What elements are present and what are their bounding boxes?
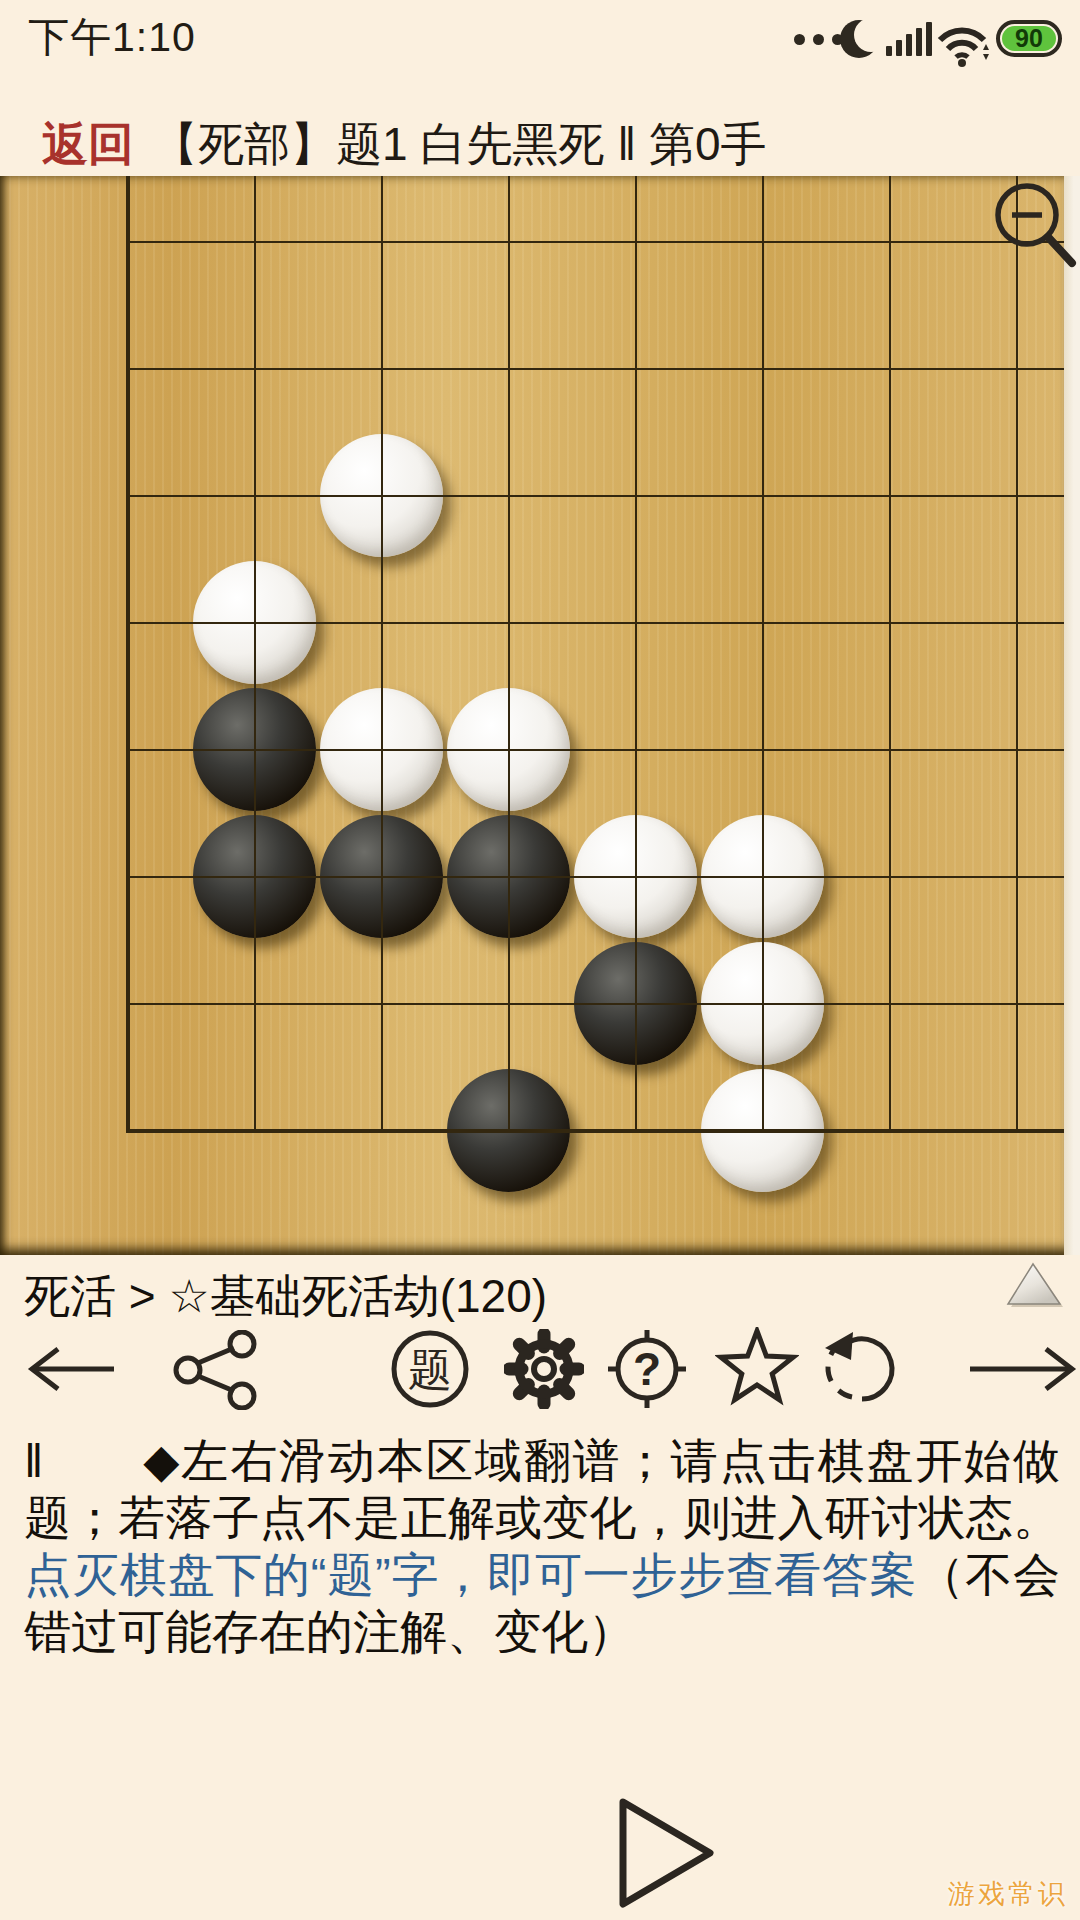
hint-text-link[interactable]: 点灭棋盘下的“题”字，即可一步步查看答案 (24, 1548, 917, 1601)
grid-hline (126, 622, 1064, 624)
notification-dots-icon (794, 34, 843, 45)
grid-hline (126, 1129, 1064, 1133)
settings-gear-icon[interactable] (504, 1329, 584, 1409)
breadcrumb: 死活 > ☆基础死活劫(120) (24, 1266, 547, 1328)
grid-vline (889, 176, 891, 1132)
ti-problem-circle-button[interactable]: 题 (390, 1329, 470, 1409)
go-board[interactable] (0, 176, 1064, 1255)
grid-vline (1016, 176, 1018, 1132)
ti-problem-label: 题 (408, 1345, 452, 1394)
grid-vline (126, 176, 130, 1132)
app-screen: 下午1:10 90 返回 【死部】题1 白先黑死 ‖ 第0手 死活 > ☆基础死… (0, 0, 1080, 1920)
next-move-arrow-button[interactable] (960, 1336, 1080, 1402)
undo-reset-icon[interactable] (822, 1329, 902, 1409)
board-right-gap (1064, 176, 1080, 1255)
page-title: 【死部】题1 白先黑死 ‖ 第0手 (152, 114, 767, 176)
back-button[interactable]: 返回 (42, 114, 134, 176)
grid-vline (508, 176, 510, 1132)
battery-icon: 90 (996, 20, 1062, 57)
grid-hline (126, 876, 1064, 878)
collapse-triangle-button[interactable] (1000, 1258, 1068, 1312)
grid-hline (126, 241, 1064, 243)
grid-hline (126, 495, 1064, 497)
help-icon[interactable]: ? (607, 1329, 687, 1409)
grid-vline (381, 176, 383, 1132)
prev-move-arrow-button[interactable] (24, 1336, 120, 1402)
svg-text:?: ? (633, 1343, 661, 1395)
grid-vline (762, 176, 764, 1132)
battery-percent: 90 (1015, 24, 1043, 53)
zoom-out-magnifier-icon[interactable] (985, 176, 1080, 271)
grid-vline (254, 176, 256, 1132)
do-not-disturb-moon-icon (840, 20, 878, 58)
play-button[interactable] (605, 1790, 735, 1920)
status-time: 下午1:10 (28, 10, 196, 65)
grid-hline (126, 368, 1064, 370)
hint-text-1: ‖ ◆左右滑动本区域翻谱；请点击棋盘开始做题；若落子点不是正解或变化，则进入研讨… (24, 1434, 1060, 1544)
hint-paragraph: ‖ ◆左右滑动本区域翻谱；请点击棋盘开始做题；若落子点不是正解或变化，则进入研讨… (24, 1432, 1060, 1660)
watermark: 游戏常识 (948, 1876, 1068, 1912)
grid-vline (635, 176, 637, 1132)
signal-bars-icon (886, 22, 938, 56)
grid-hline (126, 749, 1064, 751)
wifi-icon (936, 18, 992, 68)
star-favorite-icon[interactable] (715, 1327, 799, 1411)
grid-hline (126, 1003, 1064, 1005)
share-icon[interactable] (172, 1330, 260, 1410)
stones-grid (64, 178, 1080, 1194)
